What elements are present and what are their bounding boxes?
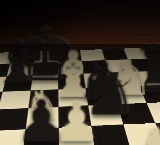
white-pawn-2-piece[interactable]: ♟	[132, 126, 160, 145]
square[interactable]: ♟	[23, 128, 60, 145]
black-pawn-piece[interactable]: ♟	[15, 98, 67, 145]
chess-board: ♝♚♝♞♜♞♞♟♟♟	[0, 47, 160, 145]
black-bishop-piece[interactable]: ♝	[0, 37, 44, 87]
game-viewport: ♝♚♝♞♜♞♞♟♟♟	[0, 0, 160, 145]
